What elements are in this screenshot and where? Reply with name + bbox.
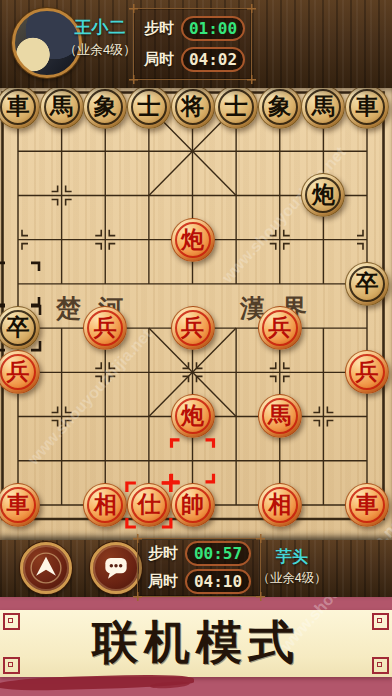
piece-red-cannon[interactable]: 炮 [171,218,215,262]
self-rank: （业余4级） [244,570,340,587]
game-time-value: 04:02 [181,47,245,72]
piece-red-soldier[interactable]: 兵 [83,306,127,350]
piece-black-horse[interactable]: 馬 [40,85,84,129]
meander-ornament [3,657,20,674]
piece-black-chariot[interactable]: 車 [345,85,389,129]
chat-button[interactable] [90,542,142,594]
opponent-timer-panel: 步时 01:00 局时 04:02 [133,8,252,80]
panel-corner-ornament [129,75,138,84]
banner-paper: 联机模式 www.shouyouzhijia.net [0,610,392,677]
xiangqi-app-screen: { "game": "xiangqi", "mode_banner": { "t… [0,0,392,696]
piece-red-elephant[interactable]: 相 [83,483,127,527]
piece-black-elephant[interactable]: 象 [258,85,302,129]
piece-red-elephant[interactable]: 相 [258,483,302,527]
piece-red-advisor[interactable]: 仕 [127,483,171,527]
move-time-value: 00:57 [185,541,251,566]
panel-corner-ornament [256,592,265,601]
piece-red-general[interactable]: 帥 [171,483,215,527]
piece-red-soldier[interactable]: 兵 [258,306,302,350]
piece-black-advisor[interactable]: 士 [127,85,171,129]
piece-red-horse[interactable]: 馬 [258,394,302,438]
meander-ornament [372,657,389,674]
game-time-label: 局时 [148,572,178,591]
bottom-player-bar: 步时 00:57 局时 04:10 芋头 （业余4级） [0,540,392,597]
panel-corner-ornament [129,4,138,13]
self-name: 芋头 [262,547,322,568]
panel-corner-ornament [256,534,265,543]
self-timer-panel: 步时 00:57 局时 04:10 [137,538,261,597]
panel-corner-ornament [247,75,256,84]
move-time-label: 步时 [144,19,174,38]
piece-black-cannon[interactable]: 炮 [301,173,345,217]
top-player-bar: 王小二 （业余4级） 步时 01:00 局时 04:02 [0,0,392,88]
opponent-name: 王小二 [70,16,130,39]
panel-corner-ornament [247,4,256,13]
piece-black-general[interactable]: 将 [171,85,215,129]
piece-red-soldier[interactable]: 兵 [171,306,215,350]
pieces-layer: 車馬象士将士象馬車炮炮卒卒兵兵兵兵兵炮馬車相仕帥相車 [0,85,389,527]
piece-red-chariot[interactable]: 車 [0,483,40,527]
meander-ornament [3,613,20,630]
mode-title: 联机模式 [0,610,392,676]
piece-black-chariot[interactable]: 車 [0,85,40,129]
meander-ornament [372,613,389,630]
panel-corner-ornament [133,534,142,543]
piece-red-soldier[interactable]: 兵 [0,350,40,394]
collapse-panel-button[interactable] [20,542,72,594]
move-time-label: 步时 [148,544,178,563]
piece-black-advisor[interactable]: 士 [214,85,258,129]
piece-black-horse[interactable]: 馬 [301,85,345,129]
piece-red-chariot[interactable]: 車 [345,483,389,527]
game-time-value: 04:10 [185,569,251,594]
piece-red-cannon[interactable]: 炮 [171,394,215,438]
piece-red-soldier[interactable]: 兵 [345,350,389,394]
piece-black-soldier[interactable]: 卒 [345,262,389,306]
mode-banner: 联机模式 www.shouyouzhijia.net [0,597,392,696]
move-time-value: 01:00 [181,16,245,41]
chat-bubble-icon [100,552,132,584]
piece-black-elephant[interactable]: 象 [83,85,127,129]
piece-black-soldier[interactable]: 卒 [0,306,40,350]
xiangqi-board[interactable]: 楚河 漢界 www.shouyouzhijia.net www.shouyouz… [0,88,392,540]
game-time-label: 局时 [144,50,174,69]
panel-corner-ornament [133,592,142,601]
up-arrow-icon [29,551,63,585]
